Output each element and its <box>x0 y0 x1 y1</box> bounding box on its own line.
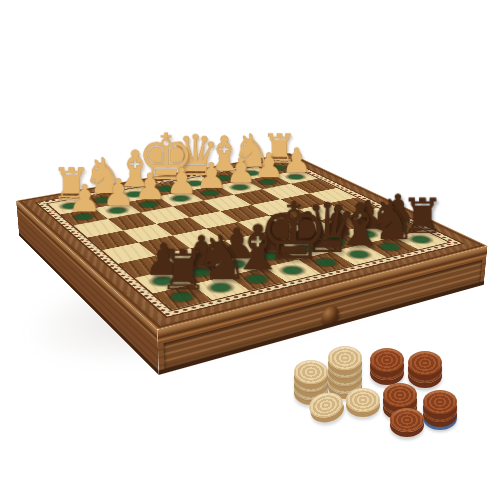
checker-stack-light <box>346 388 380 420</box>
checker-stack-dark <box>370 348 404 388</box>
checker-light-disc <box>346 388 380 412</box>
checker-dark-disc <box>390 408 424 432</box>
checkers-pieces <box>0 0 500 500</box>
checker-dark-disc <box>383 383 417 407</box>
photo-canvas: ♜♞♝♚♛♝♞♜♟♟♟♟♟♟♟♟♟♟♟♟♟♟♟♟♜♞♝♚♛♝♞♜ <box>0 0 500 500</box>
checker-dark-disc <box>423 390 457 414</box>
checker-light-disc <box>328 346 362 370</box>
checker-stack-dark <box>390 408 424 440</box>
checker-stack-dark <box>423 390 457 430</box>
checker-light-disc <box>294 360 328 384</box>
checker-dark-disc <box>408 351 442 375</box>
checker-dark-disc <box>370 348 404 372</box>
